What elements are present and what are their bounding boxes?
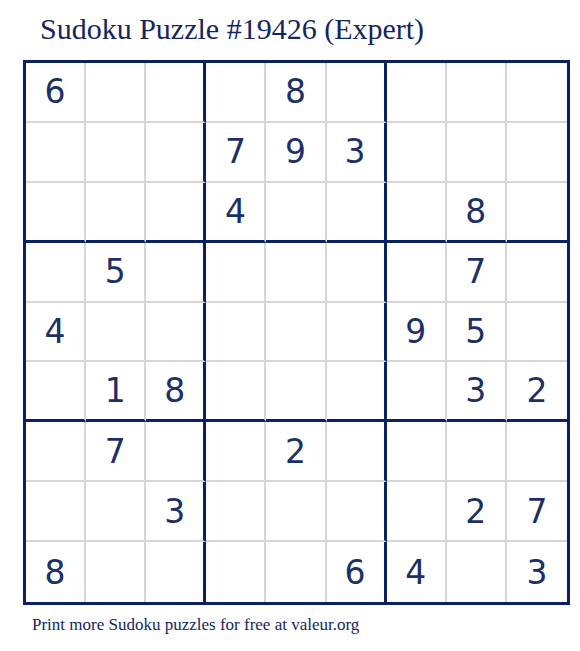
sudoku-cell-r6c4: [206, 362, 266, 422]
sudoku-cell-r6c9: 2: [507, 362, 567, 422]
sudoku-cell-r9c3: [146, 542, 206, 602]
sudoku-cell-r3c6: [327, 183, 387, 243]
sudoku-cell-r5c1: 4: [26, 303, 86, 363]
sudoku-cell-r4c9: [507, 243, 567, 303]
sudoku-page: Sudoku Puzzle #19426 (Expert) 6879348574…: [0, 0, 580, 651]
sudoku-cell-r1c3: [146, 63, 206, 123]
sudoku-cell-r5c4: [206, 303, 266, 363]
sudoku-cell-r3c8: 8: [447, 183, 507, 243]
sudoku-cell-r1c9: [507, 63, 567, 123]
sudoku-cell-r1c4: [206, 63, 266, 123]
sudoku-cell-r1c2: [86, 63, 146, 123]
sudoku-cell-r2c9: [507, 123, 567, 183]
sudoku-cell-r2c7: [387, 123, 447, 183]
sudoku-cell-r8c8: 2: [447, 482, 507, 542]
sudoku-cell-r5c2: [86, 303, 146, 363]
sudoku-cell-r3c4: 4: [206, 183, 266, 243]
sudoku-cell-r6c8: 3: [447, 362, 507, 422]
page-title: Sudoku Puzzle #19426 (Expert): [40, 12, 424, 46]
sudoku-cell-r1c6: [327, 63, 387, 123]
sudoku-cell-r8c2: [86, 482, 146, 542]
sudoku-cell-r9c8: [447, 542, 507, 602]
sudoku-cell-r4c5: [266, 243, 326, 303]
sudoku-cell-r9c4: [206, 542, 266, 602]
sudoku-cell-r6c2: 1: [86, 362, 146, 422]
sudoku-cell-r5c6: [327, 303, 387, 363]
sudoku-cell-r3c3: [146, 183, 206, 243]
sudoku-grid: 6879348574951832723278643: [23, 60, 570, 605]
sudoku-cell-r5c3: [146, 303, 206, 363]
sudoku-cell-r3c2: [86, 183, 146, 243]
sudoku-cell-r8c5: [266, 482, 326, 542]
sudoku-cell-r9c6: 6: [327, 542, 387, 602]
sudoku-cell-r8c4: [206, 482, 266, 542]
sudoku-cell-r8c6: [327, 482, 387, 542]
footer-credit: Print more Sudoku puzzles for free at va…: [32, 615, 359, 635]
sudoku-cell-r1c5: 8: [266, 63, 326, 123]
sudoku-cell-r1c1: 6: [26, 63, 86, 123]
sudoku-cell-r4c1: [26, 243, 86, 303]
sudoku-cell-r4c6: [327, 243, 387, 303]
sudoku-cell-r6c3: 8: [146, 362, 206, 422]
sudoku-cell-r2c8: [447, 123, 507, 183]
sudoku-cell-r9c5: [266, 542, 326, 602]
sudoku-cell-r5c7: 9: [387, 303, 447, 363]
sudoku-cell-r8c1: [26, 482, 86, 542]
sudoku-cell-r2c5: 9: [266, 123, 326, 183]
sudoku-cell-r4c2: 5: [86, 243, 146, 303]
sudoku-cell-r2c2: [86, 123, 146, 183]
sudoku-cell-r7c1: [26, 422, 86, 482]
sudoku-cell-r9c7: 4: [387, 542, 447, 602]
sudoku-cell-r7c3: [146, 422, 206, 482]
sudoku-cell-r6c1: [26, 362, 86, 422]
sudoku-cell-r3c1: [26, 183, 86, 243]
sudoku-cell-r7c8: [447, 422, 507, 482]
sudoku-cell-r4c7: [387, 243, 447, 303]
sudoku-cell-r3c5: [266, 183, 326, 243]
sudoku-cell-r8c3: 3: [146, 482, 206, 542]
sudoku-cell-r6c7: [387, 362, 447, 422]
sudoku-cell-r2c3: [146, 123, 206, 183]
sudoku-cell-r2c1: [26, 123, 86, 183]
sudoku-cell-r8c7: [387, 482, 447, 542]
sudoku-cell-r4c4: [206, 243, 266, 303]
sudoku-cell-r3c7: [387, 183, 447, 243]
sudoku-cell-r7c9: [507, 422, 567, 482]
sudoku-cell-r9c2: [86, 542, 146, 602]
sudoku-cell-r9c1: 8: [26, 542, 86, 602]
sudoku-cell-r1c8: [447, 63, 507, 123]
sudoku-cell-r4c3: [146, 243, 206, 303]
sudoku-cell-r5c8: 5: [447, 303, 507, 363]
sudoku-cell-r3c9: [507, 183, 567, 243]
sudoku-cell-r5c5: [266, 303, 326, 363]
sudoku-cell-r1c7: [387, 63, 447, 123]
sudoku-cell-r6c5: [266, 362, 326, 422]
sudoku-cell-r2c4: 7: [206, 123, 266, 183]
sudoku-cell-r8c9: 7: [507, 482, 567, 542]
sudoku-cell-r2c6: 3: [327, 123, 387, 183]
sudoku-cell-r7c2: 7: [86, 422, 146, 482]
sudoku-cell-r7c7: [387, 422, 447, 482]
sudoku-cell-r9c9: 3: [507, 542, 567, 602]
sudoku-cell-r6c6: [327, 362, 387, 422]
sudoku-cell-r4c8: 7: [447, 243, 507, 303]
sudoku-cell-r7c6: [327, 422, 387, 482]
sudoku-cell-r7c4: [206, 422, 266, 482]
sudoku-cell-r5c9: [507, 303, 567, 363]
sudoku-cell-r7c5: 2: [266, 422, 326, 482]
